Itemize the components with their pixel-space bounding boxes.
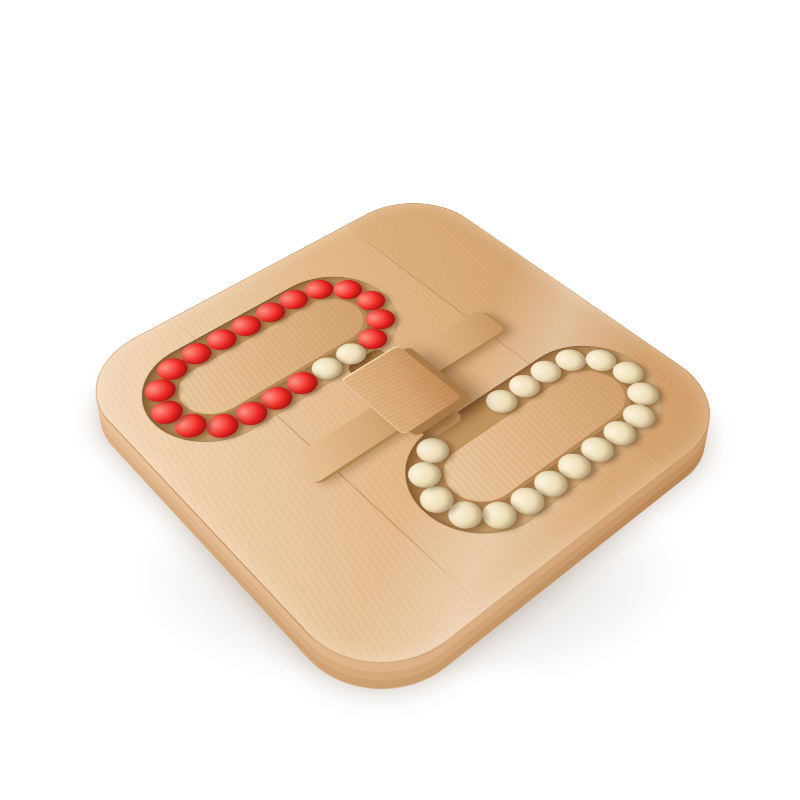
product-photo-stage (0, 0, 800, 800)
perspective-scene (0, 0, 800, 800)
board-top-face (65, 186, 745, 701)
puzzle-board (65, 186, 745, 701)
